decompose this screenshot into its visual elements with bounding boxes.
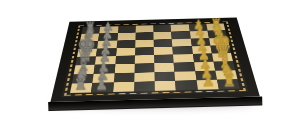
square-a4 <box>155 81 176 91</box>
square-b6 <box>113 73 134 83</box>
square-d6 <box>115 56 135 65</box>
white-pawn-piece: ♟ <box>189 18 207 31</box>
board-grid: ♜♟♟♜♞♟♟♞♝♟♟♝♚♟♟♚♛♟♟♛♝♟♟♝♞♟♟♞♜♟♟♜ <box>70 23 240 93</box>
square-b4 <box>154 72 175 82</box>
white-bishop-piece: ♝ <box>214 52 235 70</box>
square-c4 <box>154 63 174 72</box>
square-e8: ♚ <box>77 49 97 57</box>
square-f7: ♟ <box>97 40 116 48</box>
square-a3 <box>175 80 197 90</box>
square-d7: ♟ <box>95 56 115 65</box>
square-a7: ♟ <box>91 82 113 92</box>
square-a5 <box>134 81 155 91</box>
chess-board: ♜♟♟♜♞♟♟♞♝♟♟♝♚♟♟♚♛♟♟♛♝♟♟♝♞♟♟♞♜♟♟♜ <box>50 17 259 102</box>
white-rook-piece: ♜ <box>207 17 225 31</box>
inlay-border: ♜♟♟♜♞♟♟♞♝♟♟♝♚♟♟♚♛♟♟♛♝♟♟♝♞♟♟♞♜♟♟♜ <box>64 22 246 96</box>
board-tilt: ♜♟♟♜♞♟♟♞♝♟♟♝♚♟♟♚♛♟♟♛♝♟♟♝♞♟♟♞♜♟♟♜ <box>50 17 259 102</box>
square-a8: ♜ <box>70 83 93 93</box>
square-f3 <box>172 38 191 46</box>
black-pawn-piece: ♟ <box>99 21 117 34</box>
black-rook-piece: ♜ <box>81 20 99 34</box>
square-d3 <box>173 54 193 63</box>
square-b8: ♞ <box>72 74 94 84</box>
product-photo-canvas: ♜♟♟♜♞♟♟♞♝♟♟♝♚♟♟♚♛♟♟♛♝♟♟♝♞♟♟♞♜♟♟♜ <box>0 0 290 126</box>
square-a2: ♟ <box>196 80 219 90</box>
square-c7: ♟ <box>94 64 115 73</box>
square-f5 <box>135 39 154 47</box>
square-a6 <box>113 82 134 92</box>
square-d8: ♛ <box>75 57 96 66</box>
square-e2: ♟ <box>191 46 211 54</box>
square-a1: ♜ <box>217 79 240 89</box>
square-e4 <box>154 47 173 55</box>
